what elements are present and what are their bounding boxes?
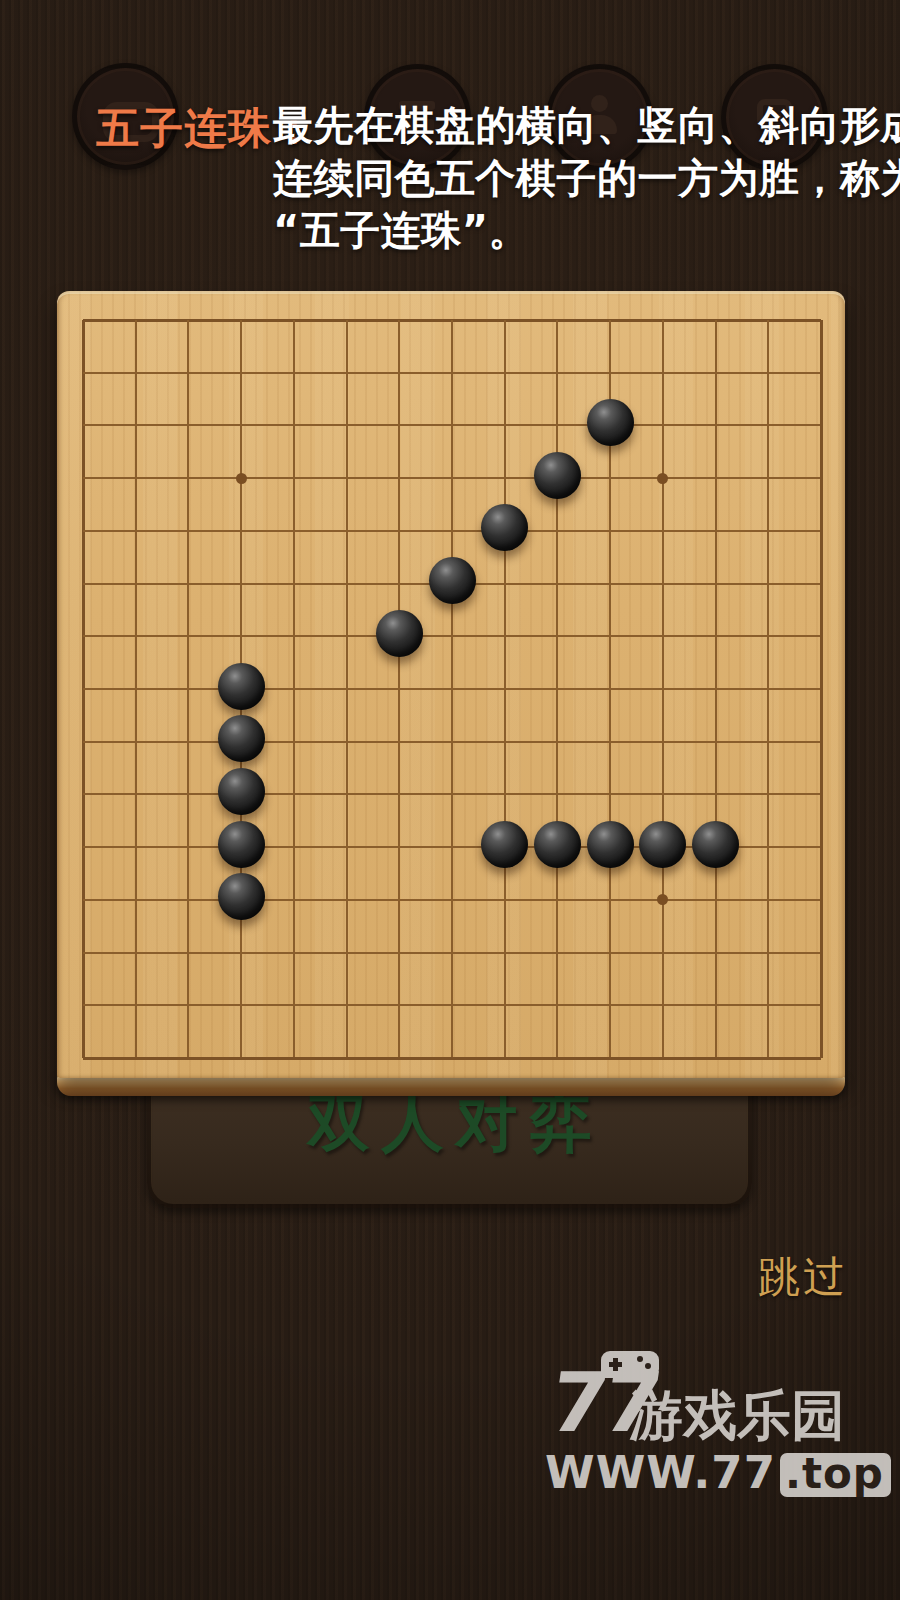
black-stone bbox=[534, 452, 581, 499]
black-stone bbox=[218, 768, 265, 815]
tutorial-description: 最先在棋盘的横向、竖向、斜向形成 连续同色五个棋子的一方为胜，称为 “五子连珠”… bbox=[273, 99, 873, 257]
gamepad-icon bbox=[601, 1351, 659, 1378]
skip-button[interactable]: 跳过 bbox=[758, 1249, 848, 1305]
black-stone bbox=[481, 504, 528, 551]
grid-line-v bbox=[556, 320, 558, 1058]
tutorial-line-3: “五子连珠”。 bbox=[273, 204, 873, 257]
black-stone bbox=[534, 821, 581, 868]
tutorial-line-1: 最先在棋盘的横向、竖向、斜向形成 bbox=[273, 99, 873, 152]
watermark-brand: 游戏乐园 bbox=[629, 1388, 845, 1444]
two-player-button-label: 双人对弈 bbox=[151, 1092, 748, 1154]
black-stone bbox=[639, 821, 686, 868]
black-stone bbox=[218, 715, 265, 762]
grid-line-v bbox=[662, 320, 664, 1058]
black-stone bbox=[376, 610, 423, 657]
black-stone bbox=[218, 873, 265, 920]
grid-line-h bbox=[83, 1004, 821, 1006]
grid-line-h bbox=[83, 741, 821, 743]
board-grid bbox=[83, 320, 821, 1058]
star-point bbox=[657, 473, 668, 484]
tutorial-line-2: 连续同色五个棋子的一方为胜，称为 bbox=[273, 152, 873, 205]
grid-line-v bbox=[504, 320, 506, 1058]
grid-line-h bbox=[83, 793, 821, 795]
star-point bbox=[657, 894, 668, 905]
black-stone bbox=[587, 821, 634, 868]
watermark: 77 游戏乐园 WWW.77.top bbox=[545, 1352, 845, 1497]
grid-line-h bbox=[83, 899, 821, 901]
grid-line-v bbox=[767, 320, 769, 1058]
black-stone bbox=[587, 399, 634, 446]
board-surface bbox=[57, 291, 845, 1078]
black-stone bbox=[218, 663, 265, 710]
black-stone bbox=[692, 821, 739, 868]
black-stone bbox=[218, 821, 265, 868]
black-stone bbox=[429, 557, 476, 604]
gomoku-board[interactable] bbox=[57, 291, 845, 1096]
grid-line-h bbox=[83, 1057, 821, 1060]
grid-line-h bbox=[83, 688, 821, 690]
watermark-url-chip: .top bbox=[780, 1453, 891, 1497]
grid-line-v bbox=[820, 320, 823, 1058]
watermark-url: WWW.77.top bbox=[545, 1450, 845, 1497]
game-screen: 五子连珠： 最先在棋盘的横向、竖向、斜向形成 连续同色五个棋子的一方为胜，称为 … bbox=[0, 0, 900, 1600]
star-point bbox=[236, 473, 247, 484]
grid-line-v bbox=[715, 320, 717, 1058]
black-stone bbox=[481, 821, 528, 868]
grid-line-h bbox=[83, 952, 821, 954]
board-edge bbox=[57, 1076, 845, 1096]
